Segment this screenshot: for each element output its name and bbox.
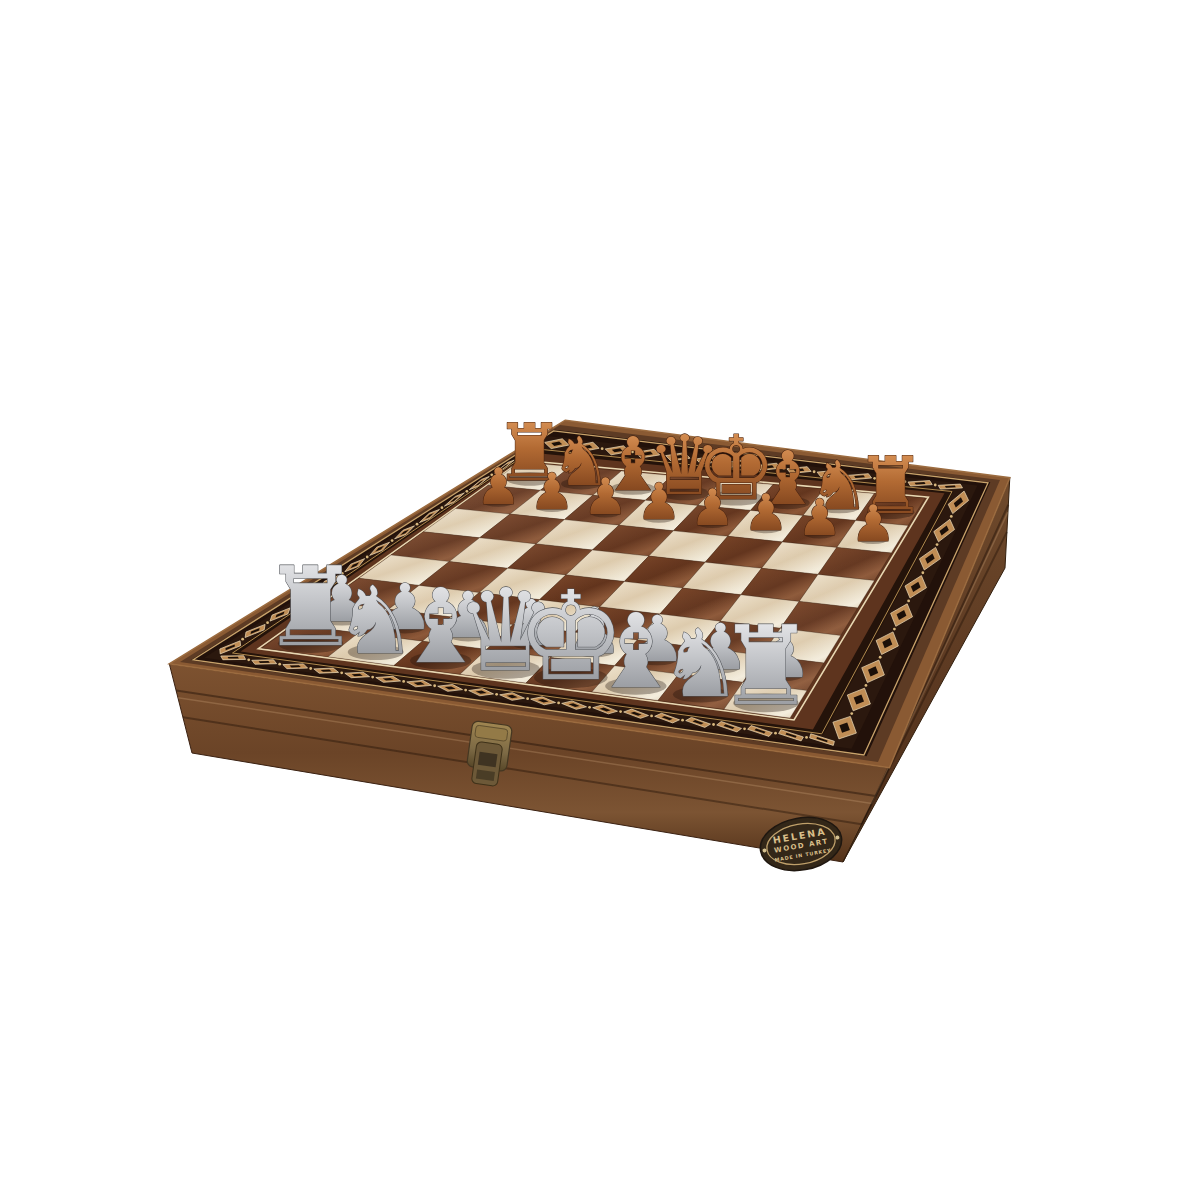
piece-black-pawn-a7[interactable]: ♟ [476, 457, 521, 516]
svg-text:♟: ♟ [476, 457, 521, 516]
svg-text:♜: ♜ [717, 603, 815, 730]
product-photo-stage: HELENAWOOD ARTMADE IN TURKEY ♜♞♝♛♚♟♝♞♟♜♟… [0, 0, 1200, 1200]
svg-text:♟: ♟ [743, 483, 788, 542]
svg-text:♟: ♟ [850, 494, 895, 553]
piece-black-pawn-h7[interactable]: ♟ [850, 494, 895, 553]
svg-text:♟: ♟ [583, 467, 628, 526]
piece-black-pawn-d7[interactable]: ♟ [636, 472, 681, 531]
svg-text:♟: ♟ [529, 462, 574, 521]
piece-black-pawn-f7[interactable]: ♟ [743, 483, 788, 542]
piece-black-pawn-c7[interactable]: ♟ [583, 467, 628, 526]
svg-text:♟: ♟ [690, 478, 735, 537]
piece-white-rook-h1[interactable]: ♜ [717, 603, 815, 730]
svg-text:♟: ♟ [797, 488, 842, 547]
svg-text:♟: ♟ [636, 472, 681, 531]
piece-black-pawn-e7[interactable]: ♟ [690, 478, 735, 537]
piece-black-pawn-g7[interactable]: ♟ [797, 488, 842, 547]
chess-set-photo: HELENAWOOD ARTMADE IN TURKEY ♜♞♝♛♚♟♝♞♟♜♟… [0, 0, 1200, 1200]
piece-black-pawn-b7[interactable]: ♟ [529, 462, 574, 521]
